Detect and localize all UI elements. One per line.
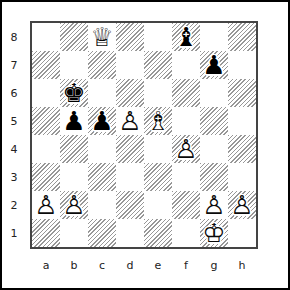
square-a6[interactable] xyxy=(32,79,60,107)
square-f3[interactable] xyxy=(172,163,200,191)
square-f7[interactable] xyxy=(172,51,200,79)
piece-outline-layer: ♙ xyxy=(200,191,228,219)
square-b5[interactable]: ♟ xyxy=(60,107,88,135)
square-g1[interactable]: ♚♔ xyxy=(200,219,228,247)
piece-glyph: ♝ xyxy=(172,23,200,51)
square-f4[interactable]: ♟♙ xyxy=(172,135,200,163)
square-a5[interactable] xyxy=(32,107,60,135)
square-a7[interactable] xyxy=(32,51,60,79)
square-d5[interactable]: ♟♙ xyxy=(116,107,144,135)
piece-glyph: ♟ xyxy=(200,51,228,79)
piece-white-king[interactable]: ♚♔ xyxy=(200,219,228,247)
square-d4[interactable] xyxy=(116,135,144,163)
square-d7[interactable] xyxy=(116,51,144,79)
rank-label-1: 1 xyxy=(4,219,24,247)
rank-labels: 87654321 xyxy=(4,23,24,247)
rank-label-8: 8 xyxy=(4,23,24,51)
square-h4[interactable] xyxy=(228,135,256,163)
square-b4[interactable] xyxy=(60,135,88,163)
file-label-b: b xyxy=(60,254,88,276)
file-label-e: e xyxy=(144,254,172,276)
rank-label-7: 7 xyxy=(4,51,24,79)
square-d8[interactable] xyxy=(116,23,144,51)
square-e7[interactable] xyxy=(144,51,172,79)
square-b6[interactable]: ♚ xyxy=(60,79,88,107)
piece-white-pawn[interactable]: ♟♙ xyxy=(116,107,144,135)
square-g8[interactable] xyxy=(200,23,228,51)
file-label-f: f xyxy=(172,254,200,276)
piece-outline-layer: ♙ xyxy=(116,107,144,135)
piece-white-pawn[interactable]: ♟♙ xyxy=(32,191,60,219)
piece-outline-layer: ♙ xyxy=(228,191,256,219)
piece-outline-layer: ♔ xyxy=(200,219,228,247)
square-f6[interactable] xyxy=(172,79,200,107)
square-c5[interactable]: ♟ xyxy=(88,107,116,135)
square-b3[interactable] xyxy=(60,163,88,191)
square-c4[interactable] xyxy=(88,135,116,163)
square-b2[interactable]: ♟♙ xyxy=(60,191,88,219)
piece-black-bishop[interactable]: ♝ xyxy=(172,23,200,51)
square-f2[interactable] xyxy=(172,191,200,219)
square-e8[interactable] xyxy=(144,23,172,51)
piece-black-pawn[interactable]: ♟ xyxy=(60,107,88,135)
square-c3[interactable] xyxy=(88,163,116,191)
square-e4[interactable] xyxy=(144,135,172,163)
square-e2[interactable] xyxy=(144,191,172,219)
square-e5[interactable]: ♝♗ xyxy=(144,107,172,135)
square-h3[interactable] xyxy=(228,163,256,191)
piece-black-pawn[interactable]: ♟ xyxy=(200,51,228,79)
square-g7[interactable]: ♟ xyxy=(200,51,228,79)
piece-outline-layer: ♙ xyxy=(172,135,200,163)
chess-diagram-frame: 87654321 ♛♕♝♟♚♟♟♟♙♝♗♟♙♟♙♟♙♟♙♟♙♚♔ abcdefg… xyxy=(0,0,290,290)
square-f1[interactable] xyxy=(172,219,200,247)
piece-outline-layer: ♗ xyxy=(144,107,172,135)
square-a4[interactable] xyxy=(32,135,60,163)
piece-white-pawn[interactable]: ♟♙ xyxy=(200,191,228,219)
piece-black-pawn[interactable]: ♟ xyxy=(88,107,116,135)
square-d2[interactable] xyxy=(116,191,144,219)
square-g3[interactable] xyxy=(200,163,228,191)
rank-label-5: 5 xyxy=(4,107,24,135)
square-h8[interactable] xyxy=(228,23,256,51)
piece-glyph: ♚ xyxy=(60,79,88,107)
rank-label-6: 6 xyxy=(4,79,24,107)
square-a1[interactable] xyxy=(32,219,60,247)
square-c1[interactable] xyxy=(88,219,116,247)
square-d6[interactable] xyxy=(116,79,144,107)
square-f5[interactable] xyxy=(172,107,200,135)
file-label-d: d xyxy=(116,254,144,276)
square-g4[interactable] xyxy=(200,135,228,163)
square-g2[interactable]: ♟♙ xyxy=(200,191,228,219)
square-a8[interactable] xyxy=(32,23,60,51)
piece-white-pawn[interactable]: ♟♙ xyxy=(60,191,88,219)
piece-white-pawn[interactable]: ♟♙ xyxy=(228,191,256,219)
rank-label-3: 3 xyxy=(4,163,24,191)
square-c8[interactable]: ♛♕ xyxy=(88,23,116,51)
square-c6[interactable] xyxy=(88,79,116,107)
square-a3[interactable] xyxy=(32,163,60,191)
file-label-c: c xyxy=(88,254,116,276)
square-h2[interactable]: ♟♙ xyxy=(228,191,256,219)
square-a2[interactable]: ♟♙ xyxy=(32,191,60,219)
file-labels: abcdefgh xyxy=(32,254,256,276)
piece-black-king[interactable]: ♚ xyxy=(60,79,88,107)
square-d3[interactable] xyxy=(116,163,144,191)
square-h7[interactable] xyxy=(228,51,256,79)
file-label-a: a xyxy=(32,254,60,276)
square-d1[interactable] xyxy=(116,219,144,247)
piece-glyph: ♟ xyxy=(88,107,116,135)
square-b8[interactable] xyxy=(60,23,88,51)
piece-white-queen[interactable]: ♛♕ xyxy=(88,23,116,51)
square-g6[interactable] xyxy=(200,79,228,107)
square-b7[interactable] xyxy=(60,51,88,79)
rank-label-4: 4 xyxy=(4,135,24,163)
square-c2[interactable] xyxy=(88,191,116,219)
square-e1[interactable] xyxy=(144,219,172,247)
square-h6[interactable] xyxy=(228,79,256,107)
square-h5[interactable] xyxy=(228,107,256,135)
piece-white-pawn[interactable]: ♟♙ xyxy=(172,135,200,163)
square-e3[interactable] xyxy=(144,163,172,191)
square-c7[interactable] xyxy=(88,51,116,79)
rank-label-2: 2 xyxy=(4,191,24,219)
piece-outline-layer: ♙ xyxy=(32,191,60,219)
piece-outline-layer: ♕ xyxy=(88,23,116,51)
square-h1[interactable] xyxy=(228,219,256,247)
square-e6[interactable] xyxy=(144,79,172,107)
file-label-h: h xyxy=(228,254,256,276)
piece-outline-layer: ♙ xyxy=(60,191,88,219)
chess-board: ♛♕♝♟♚♟♟♟♙♝♗♟♙♟♙♟♙♟♙♟♙♚♔ xyxy=(30,21,258,249)
square-b1[interactable] xyxy=(60,219,88,247)
square-f8[interactable]: ♝ xyxy=(172,23,200,51)
square-g5[interactable] xyxy=(200,107,228,135)
file-label-g: g xyxy=(200,254,228,276)
piece-glyph: ♟ xyxy=(60,107,88,135)
piece-white-bishop[interactable]: ♝♗ xyxy=(144,107,172,135)
